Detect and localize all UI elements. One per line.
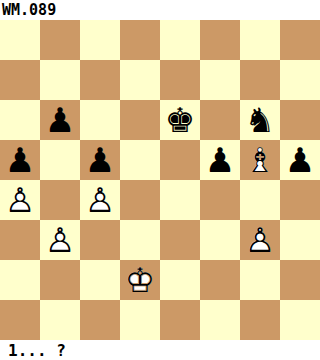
square-f6[interactable] <box>200 100 240 140</box>
square-e1[interactable] <box>160 300 200 340</box>
square-h7[interactable] <box>280 60 320 100</box>
square-d4[interactable] <box>120 180 160 220</box>
square-b7[interactable] <box>40 60 80 100</box>
square-b4[interactable] <box>40 180 80 220</box>
move-prompt-label: 1... ? <box>0 340 320 360</box>
square-h8[interactable] <box>280 20 320 60</box>
square-f3[interactable] <box>200 220 240 260</box>
square-c5[interactable]: ♟ <box>80 140 120 180</box>
square-c1[interactable] <box>80 300 120 340</box>
black-king: ♚ <box>165 100 195 140</box>
black-knight: ♞ <box>245 100 275 140</box>
square-e5[interactable] <box>160 140 200 180</box>
puzzle-id-label: WM.089 <box>0 0 320 20</box>
black-pawn: ♟ <box>5 140 35 180</box>
black-pawn: ♟ <box>85 140 115 180</box>
square-d6[interactable] <box>120 100 160 140</box>
square-g1[interactable] <box>240 300 280 340</box>
square-a8[interactable] <box>0 20 40 60</box>
square-d5[interactable] <box>120 140 160 180</box>
square-a4[interactable]: ♟♙ <box>0 180 40 220</box>
square-e8[interactable] <box>160 20 200 60</box>
square-b6[interactable]: ♟ <box>40 100 80 140</box>
square-d8[interactable] <box>120 20 160 60</box>
square-b8[interactable] <box>40 20 80 60</box>
square-f8[interactable] <box>200 20 240 60</box>
white-bishop: ♝♗ <box>245 140 275 180</box>
white-king: ♚♔ <box>125 260 155 300</box>
white-pawn: ♟♙ <box>5 180 35 220</box>
square-d2[interactable]: ♚♔ <box>120 260 160 300</box>
square-f1[interactable] <box>200 300 240 340</box>
square-h5[interactable]: ♟ <box>280 140 320 180</box>
puzzle-id-text: WM.089 <box>2 1 56 19</box>
white-pawn: ♟♙ <box>45 220 75 260</box>
square-e6[interactable]: ♚ <box>160 100 200 140</box>
square-b1[interactable] <box>40 300 80 340</box>
square-c7[interactable] <box>80 60 120 100</box>
square-d1[interactable] <box>120 300 160 340</box>
square-c2[interactable] <box>80 260 120 300</box>
move-prompt-text: 1... ? <box>8 341 66 360</box>
chess-board: ♟♚♞♟♟♟♝♗♟♟♙♟♙♟♙♟♙♚♔ <box>0 20 320 340</box>
square-a5[interactable]: ♟ <box>0 140 40 180</box>
square-g7[interactable] <box>240 60 280 100</box>
square-c8[interactable] <box>80 20 120 60</box>
square-d7[interactable] <box>120 60 160 100</box>
square-a3[interactable] <box>0 220 40 260</box>
square-a7[interactable] <box>0 60 40 100</box>
square-h6[interactable] <box>280 100 320 140</box>
square-g6[interactable]: ♞ <box>240 100 280 140</box>
black-pawn: ♟ <box>285 140 315 180</box>
square-f5[interactable]: ♟ <box>200 140 240 180</box>
black-pawn: ♟ <box>45 100 75 140</box>
square-g3[interactable]: ♟♙ <box>240 220 280 260</box>
white-pawn: ♟♙ <box>85 180 115 220</box>
square-h4[interactable] <box>280 180 320 220</box>
black-pawn: ♟ <box>205 140 235 180</box>
square-a2[interactable] <box>0 260 40 300</box>
square-e3[interactable] <box>160 220 200 260</box>
square-g4[interactable] <box>240 180 280 220</box>
square-d3[interactable] <box>120 220 160 260</box>
square-h2[interactable] <box>280 260 320 300</box>
square-a1[interactable] <box>0 300 40 340</box>
white-pawn: ♟♙ <box>245 220 275 260</box>
square-g2[interactable] <box>240 260 280 300</box>
square-e4[interactable] <box>160 180 200 220</box>
square-e2[interactable] <box>160 260 200 300</box>
square-a6[interactable] <box>0 100 40 140</box>
square-b3[interactable]: ♟♙ <box>40 220 80 260</box>
square-f7[interactable] <box>200 60 240 100</box>
square-h3[interactable] <box>280 220 320 260</box>
square-f4[interactable] <box>200 180 240 220</box>
square-b5[interactable] <box>40 140 80 180</box>
square-c6[interactable] <box>80 100 120 140</box>
square-f2[interactable] <box>200 260 240 300</box>
square-g5[interactable]: ♝♗ <box>240 140 280 180</box>
square-h1[interactable] <box>280 300 320 340</box>
square-e7[interactable] <box>160 60 200 100</box>
square-c3[interactable] <box>80 220 120 260</box>
square-b2[interactable] <box>40 260 80 300</box>
square-c4[interactable]: ♟♙ <box>80 180 120 220</box>
square-g8[interactable] <box>240 20 280 60</box>
